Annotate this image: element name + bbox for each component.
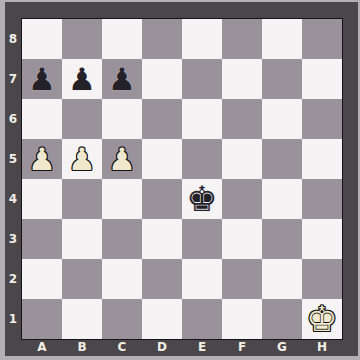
square-a4[interactable] <box>22 179 62 219</box>
square-g1[interactable] <box>262 299 302 339</box>
file-label-a: A <box>22 340 62 354</box>
square-f7[interactable] <box>222 59 262 99</box>
square-h6[interactable] <box>302 99 342 139</box>
square-d6[interactable] <box>142 99 182 139</box>
square-c3[interactable] <box>102 219 142 259</box>
square-e2[interactable] <box>182 259 222 299</box>
square-d3[interactable] <box>142 219 182 259</box>
rank-label-4: 4 <box>5 179 21 219</box>
rank-label-5: 5 <box>5 139 21 179</box>
square-a7[interactable]: ♟ <box>22 59 62 99</box>
chessboard-frame: 8 7 6 5 4 3 2 1 ♟♟♟♟♟♟♚♚ A B C D E F G H <box>5 2 358 356</box>
square-d7[interactable] <box>142 59 182 99</box>
piece-black-pawn[interactable]: ♟ <box>108 64 136 95</box>
square-b2[interactable] <box>62 259 102 299</box>
file-label-b: B <box>62 340 102 354</box>
piece-black-pawn[interactable]: ♟ <box>68 64 96 95</box>
file-label-g: G <box>262 340 302 354</box>
square-e3[interactable] <box>182 219 222 259</box>
piece-white-pawn[interactable]: ♟ <box>108 144 136 175</box>
square-b4[interactable] <box>62 179 102 219</box>
square-g8[interactable] <box>262 19 302 59</box>
square-b7[interactable]: ♟ <box>62 59 102 99</box>
square-a1[interactable] <box>22 299 62 339</box>
square-h4[interactable] <box>302 179 342 219</box>
square-g2[interactable] <box>262 259 302 299</box>
square-f5[interactable] <box>222 139 262 179</box>
file-label-d: D <box>142 340 182 354</box>
square-e6[interactable] <box>182 99 222 139</box>
square-d5[interactable] <box>142 139 182 179</box>
rank-label-6: 6 <box>5 99 21 139</box>
square-c4[interactable] <box>102 179 142 219</box>
square-f1[interactable] <box>222 299 262 339</box>
rank-label-3: 3 <box>5 219 21 259</box>
square-f4[interactable] <box>222 179 262 219</box>
rank-label-7: 7 <box>5 59 21 99</box>
square-e1[interactable] <box>182 299 222 339</box>
square-e8[interactable] <box>182 19 222 59</box>
square-g4[interactable] <box>262 179 302 219</box>
square-c6[interactable] <box>102 99 142 139</box>
square-e4[interactable]: ♚ <box>182 179 222 219</box>
square-f8[interactable] <box>222 19 262 59</box>
square-a2[interactable] <box>22 259 62 299</box>
file-label-e: E <box>182 340 222 354</box>
piece-black-king[interactable]: ♚ <box>186 182 217 217</box>
square-d2[interactable] <box>142 259 182 299</box>
square-h1[interactable]: ♚ <box>302 299 342 339</box>
square-h3[interactable] <box>302 219 342 259</box>
file-label-h: H <box>302 340 342 354</box>
square-b3[interactable] <box>62 219 102 259</box>
square-b5[interactable]: ♟ <box>62 139 102 179</box>
square-g7[interactable] <box>262 59 302 99</box>
board: ♟♟♟♟♟♟♚♚ <box>21 18 343 340</box>
piece-white-pawn[interactable]: ♟ <box>28 144 56 175</box>
file-labels: A B C D E F G H <box>22 340 342 354</box>
file-label-f: F <box>222 340 262 354</box>
rank-label-1: 1 <box>5 299 21 339</box>
square-b1[interactable] <box>62 299 102 339</box>
square-h2[interactable] <box>302 259 342 299</box>
square-c7[interactable]: ♟ <box>102 59 142 99</box>
square-h7[interactable] <box>302 59 342 99</box>
file-label-c: C <box>102 340 142 354</box>
square-f6[interactable] <box>222 99 262 139</box>
square-c2[interactable] <box>102 259 142 299</box>
square-a5[interactable]: ♟ <box>22 139 62 179</box>
piece-white-king[interactable]: ♚ <box>306 302 337 337</box>
square-d1[interactable] <box>142 299 182 339</box>
rank-label-2: 2 <box>5 259 21 299</box>
square-g5[interactable] <box>262 139 302 179</box>
square-a6[interactable] <box>22 99 62 139</box>
square-a3[interactable] <box>22 219 62 259</box>
square-g6[interactable] <box>262 99 302 139</box>
square-e7[interactable] <box>182 59 222 99</box>
square-c5[interactable]: ♟ <box>102 139 142 179</box>
square-a8[interactable] <box>22 19 62 59</box>
piece-black-pawn[interactable]: ♟ <box>28 64 56 95</box>
square-f3[interactable] <box>222 219 262 259</box>
square-g3[interactable] <box>262 219 302 259</box>
square-e5[interactable] <box>182 139 222 179</box>
square-f2[interactable] <box>222 259 262 299</box>
square-b6[interactable] <box>62 99 102 139</box>
square-c1[interactable] <box>102 299 142 339</box>
square-h5[interactable] <box>302 139 342 179</box>
square-d4[interactable] <box>142 179 182 219</box>
square-b8[interactable] <box>62 19 102 59</box>
rank-labels: 8 7 6 5 4 3 2 1 <box>5 19 21 339</box>
square-h8[interactable] <box>302 19 342 59</box>
square-d8[interactable] <box>142 19 182 59</box>
rank-label-8: 8 <box>5 19 21 59</box>
square-c8[interactable] <box>102 19 142 59</box>
piece-white-pawn[interactable]: ♟ <box>68 144 96 175</box>
